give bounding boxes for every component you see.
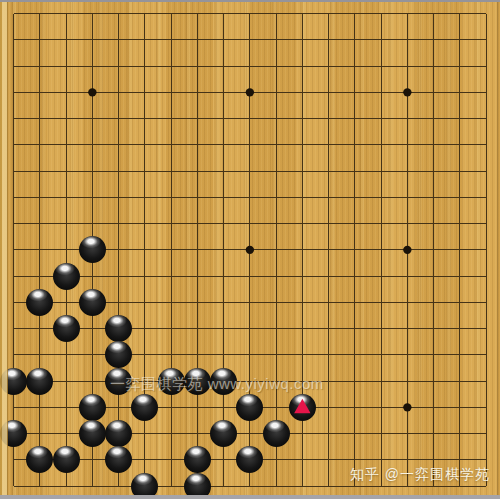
intersection xyxy=(368,132,394,158)
intersection xyxy=(184,237,210,263)
black-stone xyxy=(53,315,80,342)
intersection xyxy=(447,1,473,27)
intersection xyxy=(211,447,237,473)
intersection xyxy=(53,106,79,132)
intersection xyxy=(473,421,499,447)
intersection xyxy=(421,211,447,237)
intersection xyxy=(184,106,210,132)
intersection xyxy=(263,316,289,342)
intersection xyxy=(79,79,105,105)
intersection xyxy=(316,184,342,210)
intersection xyxy=(79,27,105,53)
intersection xyxy=(237,211,263,237)
intersection xyxy=(27,394,53,420)
intersection xyxy=(263,158,289,184)
intersection xyxy=(184,263,210,289)
triangle-marker-icon xyxy=(294,399,311,414)
intersection xyxy=(473,132,499,158)
intersection xyxy=(158,342,184,368)
intersection xyxy=(368,289,394,315)
intersection xyxy=(53,237,79,263)
intersection xyxy=(106,421,132,447)
intersection xyxy=(237,342,263,368)
intersection xyxy=(263,342,289,368)
intersection xyxy=(53,27,79,53)
intersection xyxy=(132,184,158,210)
intersection xyxy=(27,211,53,237)
black-stone xyxy=(105,341,132,368)
intersection xyxy=(27,342,53,368)
intersection xyxy=(158,106,184,132)
intersection xyxy=(421,27,447,53)
intersection xyxy=(211,158,237,184)
intersection xyxy=(316,53,342,79)
intersection xyxy=(368,237,394,263)
intersection xyxy=(184,184,210,210)
intersection xyxy=(473,394,499,420)
intersection xyxy=(211,421,237,447)
intersection xyxy=(368,158,394,184)
intersection xyxy=(79,1,105,27)
intersection xyxy=(316,447,342,473)
intersection xyxy=(106,289,132,315)
intersection xyxy=(289,394,315,420)
intersection xyxy=(342,316,368,342)
intersection xyxy=(53,79,79,105)
intersection xyxy=(27,368,53,394)
intersection xyxy=(184,1,210,27)
black-stone xyxy=(79,289,106,316)
black-stone xyxy=(53,263,80,290)
intersection xyxy=(368,394,394,420)
intersection xyxy=(53,211,79,237)
intersection xyxy=(289,289,315,315)
intersection xyxy=(79,316,105,342)
intersection xyxy=(184,394,210,420)
intersection xyxy=(368,263,394,289)
intersection xyxy=(158,53,184,79)
intersection xyxy=(316,211,342,237)
intersection xyxy=(237,263,263,289)
intersection xyxy=(421,237,447,263)
intersection xyxy=(158,447,184,473)
intersection xyxy=(158,211,184,237)
intersection xyxy=(237,106,263,132)
intersection xyxy=(132,79,158,105)
intersection xyxy=(289,106,315,132)
intersection xyxy=(263,1,289,27)
intersection xyxy=(158,316,184,342)
intersection xyxy=(342,106,368,132)
intersection xyxy=(53,184,79,210)
intersection xyxy=(342,132,368,158)
black-stone xyxy=(105,315,132,342)
intersection xyxy=(368,106,394,132)
intersection xyxy=(368,79,394,105)
intersection xyxy=(368,316,394,342)
intersection xyxy=(394,237,420,263)
intersection xyxy=(316,1,342,27)
black-stone xyxy=(26,446,53,473)
intersection xyxy=(211,211,237,237)
intersection xyxy=(316,237,342,263)
intersection xyxy=(27,132,53,158)
intersection xyxy=(473,53,499,79)
intersection xyxy=(237,27,263,53)
intersection xyxy=(289,447,315,473)
intersection xyxy=(79,132,105,158)
intersection xyxy=(79,184,105,210)
intersection xyxy=(368,27,394,53)
intersection xyxy=(79,421,105,447)
black-stone-marked xyxy=(289,394,316,421)
intersection xyxy=(421,158,447,184)
intersection xyxy=(473,368,499,394)
intersection xyxy=(263,184,289,210)
intersection xyxy=(211,289,237,315)
intersection xyxy=(342,394,368,420)
intersection xyxy=(316,132,342,158)
intersection xyxy=(263,289,289,315)
intersection xyxy=(211,237,237,263)
intersection xyxy=(132,421,158,447)
intersection xyxy=(394,394,420,420)
intersection xyxy=(237,316,263,342)
intersection xyxy=(473,211,499,237)
intersection xyxy=(342,237,368,263)
intersection xyxy=(184,447,210,473)
intersection xyxy=(447,132,473,158)
intersection xyxy=(106,27,132,53)
intersection xyxy=(342,79,368,105)
intersection xyxy=(158,394,184,420)
intersection xyxy=(316,289,342,315)
intersection xyxy=(79,263,105,289)
intersection xyxy=(289,79,315,105)
board-left-bevel xyxy=(0,0,8,499)
intersection xyxy=(132,263,158,289)
intersection xyxy=(211,106,237,132)
intersection xyxy=(289,132,315,158)
intersection xyxy=(263,211,289,237)
intersection xyxy=(106,394,132,420)
intersection xyxy=(79,158,105,184)
intersection xyxy=(368,1,394,27)
intersection xyxy=(263,53,289,79)
intersection xyxy=(211,184,237,210)
intersection xyxy=(394,53,420,79)
intersection xyxy=(342,211,368,237)
intersection xyxy=(289,184,315,210)
intersection xyxy=(158,184,184,210)
intersection xyxy=(394,184,420,210)
intersection xyxy=(53,342,79,368)
intersection xyxy=(447,211,473,237)
intersection xyxy=(27,237,53,263)
intersection xyxy=(79,394,105,420)
intersection xyxy=(184,421,210,447)
intersection xyxy=(394,211,420,237)
intersection xyxy=(368,53,394,79)
intersection xyxy=(263,447,289,473)
intersection xyxy=(342,53,368,79)
intersection xyxy=(473,289,499,315)
intersection xyxy=(447,368,473,394)
intersection xyxy=(106,132,132,158)
intersection xyxy=(184,79,210,105)
intersection xyxy=(473,106,499,132)
intersection xyxy=(447,158,473,184)
intersection xyxy=(27,447,53,473)
intersection xyxy=(394,289,420,315)
intersection xyxy=(342,184,368,210)
intersection xyxy=(132,342,158,368)
intersection xyxy=(368,342,394,368)
intersection xyxy=(27,263,53,289)
intersection xyxy=(79,289,105,315)
intersection xyxy=(447,237,473,263)
intersection xyxy=(473,316,499,342)
intersection xyxy=(106,237,132,263)
intersection xyxy=(27,79,53,105)
intersection xyxy=(132,237,158,263)
intersection xyxy=(211,394,237,420)
intersection xyxy=(447,106,473,132)
intersection xyxy=(79,53,105,79)
intersection xyxy=(289,316,315,342)
intersection xyxy=(237,447,263,473)
intersection xyxy=(289,158,315,184)
intersection xyxy=(316,316,342,342)
board-right-seam xyxy=(497,0,498,499)
intersection xyxy=(53,421,79,447)
intersection xyxy=(447,316,473,342)
intersection xyxy=(158,263,184,289)
intersection xyxy=(79,211,105,237)
intersection xyxy=(342,368,368,394)
intersection xyxy=(368,184,394,210)
intersection xyxy=(27,106,53,132)
intersection xyxy=(263,237,289,263)
intersection xyxy=(184,316,210,342)
intersection xyxy=(342,289,368,315)
intersection xyxy=(447,27,473,53)
intersection xyxy=(342,158,368,184)
intersection xyxy=(447,342,473,368)
intersection xyxy=(184,342,210,368)
intersection xyxy=(447,394,473,420)
intersection xyxy=(106,1,132,27)
intersection xyxy=(421,342,447,368)
intersection xyxy=(263,421,289,447)
intersection xyxy=(473,263,499,289)
intersection xyxy=(289,27,315,53)
intersection xyxy=(27,158,53,184)
intersection xyxy=(342,1,368,27)
watermark-center: 一弈围棋学苑 www.yiyiwq.com xyxy=(110,375,324,394)
intersection xyxy=(53,132,79,158)
intersection xyxy=(132,27,158,53)
intersection xyxy=(394,132,420,158)
intersection xyxy=(184,211,210,237)
black-stone xyxy=(210,420,237,447)
intersection xyxy=(211,53,237,79)
intersection xyxy=(132,316,158,342)
intersection xyxy=(53,316,79,342)
intersection xyxy=(316,106,342,132)
intersection xyxy=(237,289,263,315)
intersection xyxy=(158,237,184,263)
intersection xyxy=(132,53,158,79)
black-stone xyxy=(79,420,106,447)
intersection xyxy=(184,289,210,315)
intersection xyxy=(473,237,499,263)
intersection xyxy=(132,1,158,27)
intersection xyxy=(421,368,447,394)
intersection xyxy=(106,53,132,79)
intersection xyxy=(421,421,447,447)
black-stone xyxy=(184,446,211,473)
intersection xyxy=(184,158,210,184)
watermark-bottom-right: 知乎 @一弈围棋学苑 xyxy=(350,466,490,484)
intersection xyxy=(158,421,184,447)
intersection xyxy=(394,316,420,342)
intersection xyxy=(27,53,53,79)
intersection xyxy=(53,289,79,315)
intersection xyxy=(263,132,289,158)
intersection xyxy=(53,447,79,473)
intersection xyxy=(289,211,315,237)
intersection xyxy=(421,53,447,79)
intersection xyxy=(211,1,237,27)
intersection xyxy=(473,1,499,27)
intersection xyxy=(421,79,447,105)
intersection xyxy=(106,316,132,342)
intersection xyxy=(263,106,289,132)
board-intersections xyxy=(1,1,500,499)
intersection xyxy=(106,184,132,210)
intersection xyxy=(394,1,420,27)
intersection xyxy=(27,421,53,447)
intersection xyxy=(237,158,263,184)
intersection xyxy=(447,263,473,289)
intersection xyxy=(394,79,420,105)
black-stone xyxy=(53,446,80,473)
intersection xyxy=(421,316,447,342)
intersection xyxy=(289,421,315,447)
intersection xyxy=(421,184,447,210)
intersection xyxy=(79,368,105,394)
intersection xyxy=(368,368,394,394)
intersection xyxy=(316,27,342,53)
intersection xyxy=(342,342,368,368)
black-stone xyxy=(236,394,263,421)
intersection xyxy=(289,53,315,79)
intersection xyxy=(27,27,53,53)
intersection xyxy=(394,263,420,289)
intersection xyxy=(447,79,473,105)
intersection xyxy=(237,132,263,158)
intersection xyxy=(79,447,105,473)
intersection xyxy=(106,79,132,105)
intersection xyxy=(263,394,289,420)
intersection xyxy=(158,1,184,27)
intersection xyxy=(289,1,315,27)
intersection xyxy=(237,1,263,27)
intersection xyxy=(158,132,184,158)
intersection xyxy=(211,316,237,342)
intersection xyxy=(447,184,473,210)
intersection xyxy=(316,394,342,420)
intersection xyxy=(473,342,499,368)
intersection xyxy=(368,421,394,447)
intersection xyxy=(237,394,263,420)
intersection xyxy=(106,263,132,289)
black-stone xyxy=(131,394,158,421)
intersection xyxy=(184,53,210,79)
intersection xyxy=(211,132,237,158)
intersection xyxy=(237,184,263,210)
intersection xyxy=(473,27,499,53)
intersection xyxy=(394,158,420,184)
intersection xyxy=(421,106,447,132)
intersection xyxy=(132,289,158,315)
intersection xyxy=(368,211,394,237)
intersection xyxy=(106,211,132,237)
intersection xyxy=(132,106,158,132)
intersection xyxy=(53,1,79,27)
intersection xyxy=(106,106,132,132)
intersection xyxy=(53,263,79,289)
intersection xyxy=(158,79,184,105)
intersection xyxy=(184,132,210,158)
intersection xyxy=(342,421,368,447)
black-stone xyxy=(263,420,290,447)
intersection xyxy=(184,27,210,53)
intersection xyxy=(421,1,447,27)
black-stone xyxy=(236,446,263,473)
intersection xyxy=(316,158,342,184)
intersection xyxy=(53,368,79,394)
intersection xyxy=(394,342,420,368)
intersection xyxy=(158,27,184,53)
intersection xyxy=(132,211,158,237)
image-edge-top xyxy=(0,0,500,2)
intersection xyxy=(316,79,342,105)
intersection xyxy=(79,237,105,263)
intersection xyxy=(447,53,473,79)
intersection xyxy=(27,289,53,315)
black-stone xyxy=(79,236,106,263)
intersection xyxy=(289,342,315,368)
intersection xyxy=(106,158,132,184)
intersection xyxy=(106,342,132,368)
black-stone xyxy=(26,289,53,316)
image-edge-bottom xyxy=(0,495,500,499)
intersection xyxy=(79,106,105,132)
intersection xyxy=(421,132,447,158)
intersection xyxy=(237,237,263,263)
black-stone xyxy=(26,368,53,395)
intersection xyxy=(27,184,53,210)
intersection xyxy=(447,421,473,447)
intersection xyxy=(421,289,447,315)
intersection xyxy=(421,263,447,289)
intersection xyxy=(237,53,263,79)
intersection xyxy=(237,421,263,447)
intersection xyxy=(158,289,184,315)
intersection xyxy=(394,368,420,394)
